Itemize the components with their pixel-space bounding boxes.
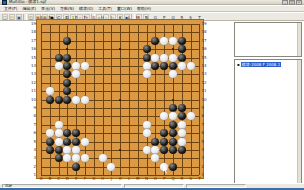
coord-number-right: 9 xyxy=(201,106,208,110)
black-stone[interactable] xyxy=(151,62,159,70)
coord-number-right: 17 xyxy=(201,39,208,43)
black-stone[interactable] xyxy=(55,54,63,62)
white-stone[interactable] xyxy=(169,54,177,62)
coord-number-left: 17 xyxy=(29,39,36,43)
coord-number-left: 13 xyxy=(29,72,36,76)
coord-letter-bottom: F xyxy=(82,177,88,181)
white-stone[interactable] xyxy=(169,70,177,78)
coord-number-left: 16 xyxy=(29,47,36,51)
menu-item[interactable]: 编辑(E) xyxy=(20,6,38,11)
black-stone[interactable] xyxy=(151,138,159,146)
coord-letter-bottom: T xyxy=(196,177,202,181)
black-stone[interactable] xyxy=(46,138,54,146)
black-stone[interactable] xyxy=(46,96,54,104)
white-stone[interactable] xyxy=(143,62,151,70)
white-stone[interactable] xyxy=(81,138,89,146)
black-stone[interactable] xyxy=(63,138,71,146)
coord-number-right: 12 xyxy=(201,81,208,85)
black-stone[interactable] xyxy=(63,87,71,95)
black-stone[interactable] xyxy=(63,129,71,137)
white-stone[interactable] xyxy=(143,121,151,129)
white-stone[interactable] xyxy=(46,129,54,137)
selected-game-label[interactable]: 棋谱-2008 F 2008.1 xyxy=(241,62,281,67)
black-stone[interactable] xyxy=(160,62,168,70)
coord-number-right: 10 xyxy=(201,98,208,102)
white-stone[interactable] xyxy=(143,129,151,137)
black-stone[interactable] xyxy=(143,45,151,53)
coord-letter-bottom: D xyxy=(64,177,70,181)
black-stone[interactable] xyxy=(169,138,177,146)
coord-letter-bottom: R xyxy=(179,177,185,181)
game-tree-panel[interactable]: ▪ 棋谱-2008 F 2008.1 xyxy=(234,59,302,188)
coord-number-right: 2 xyxy=(201,165,208,169)
black-stone[interactable] xyxy=(63,96,71,104)
black-stone[interactable] xyxy=(178,112,186,120)
white-stone[interactable] xyxy=(143,70,151,78)
black-stone[interactable] xyxy=(169,104,177,112)
coord-letter-top: P xyxy=(161,16,167,20)
white-stone[interactable] xyxy=(72,146,80,154)
black-stone[interactable] xyxy=(160,138,168,146)
black-stone[interactable] xyxy=(63,79,71,87)
window-buttons: _□× xyxy=(282,0,302,5)
coord-number-right: 8 xyxy=(201,114,208,118)
coord-letter-top: O xyxy=(152,16,158,20)
white-stone[interactable] xyxy=(81,62,89,70)
coord-number-left: 6 xyxy=(29,131,36,135)
window-title: MultiGo - 棋谱1.sgf xyxy=(9,0,46,4)
maximize-button[interactable]: □ xyxy=(289,0,295,5)
coord-number-left: 1 xyxy=(29,173,36,177)
black-stone[interactable] xyxy=(63,70,71,78)
white-stone[interactable] xyxy=(187,62,195,70)
coord-number-right: 7 xyxy=(201,123,208,127)
coord-letter-bottom: N xyxy=(144,177,150,181)
white-stone[interactable] xyxy=(55,62,63,70)
black-stone[interactable] xyxy=(169,62,177,70)
grid-line-vertical xyxy=(129,24,130,175)
black-stone[interactable] xyxy=(178,146,186,154)
menu-item[interactable]: 窗口(W) xyxy=(115,6,134,11)
coord-letter-top: L xyxy=(126,16,132,20)
grid-line-vertical xyxy=(199,24,200,175)
coord-letter-bottom: B xyxy=(47,177,53,181)
coord-letter-top: M xyxy=(135,16,141,20)
coord-number-left: 8 xyxy=(29,114,36,118)
open-button[interactable]: ◰ xyxy=(9,14,15,20)
coord-number-right: 11 xyxy=(201,89,208,93)
coord-number-left: 5 xyxy=(29,140,36,144)
coord-letter-top: D xyxy=(64,16,70,20)
white-stone[interactable] xyxy=(151,154,159,162)
coord-letter-top: R xyxy=(179,16,185,20)
coord-number-right: 3 xyxy=(201,156,208,160)
black-stone[interactable] xyxy=(46,146,54,154)
coord-letter-bottom: P xyxy=(161,177,167,181)
title-bar: MultiGo - 棋谱1.sgf _□× xyxy=(0,0,304,5)
coord-letter-bottom: A xyxy=(38,177,44,181)
menu-item[interactable]: 显示(V) xyxy=(39,6,57,11)
go-board[interactable]: AABBCCDDEEFFGGHHJJKKLLMMNNOOPPQQRRSSTT19… xyxy=(36,19,204,179)
coord-number-left: 10 xyxy=(29,98,36,102)
black-stone[interactable] xyxy=(55,146,63,154)
coord-number-right: 13 xyxy=(201,72,208,76)
star-point xyxy=(119,48,121,50)
coord-letter-top: B xyxy=(47,16,53,20)
coord-letter-top: G xyxy=(91,16,97,20)
save-button[interactable]: ▣ xyxy=(16,14,22,20)
coord-number-right: 15 xyxy=(201,56,208,60)
coord-letter-bottom: E xyxy=(73,177,79,181)
coord-letter-bottom: K xyxy=(117,177,123,181)
white-stone[interactable] xyxy=(72,70,80,78)
star-point xyxy=(172,48,174,50)
game-tree-item[interactable]: ▪ 棋谱-2008 F 2008.1 xyxy=(237,62,281,67)
new-button[interactable]: ▢ xyxy=(2,14,8,20)
coord-letter-bottom: J xyxy=(108,177,114,181)
menu-item[interactable]: 帮助(H) xyxy=(135,6,153,11)
white-stone[interactable] xyxy=(99,154,107,162)
coord-letter-top: K xyxy=(117,16,123,20)
black-stone[interactable] xyxy=(63,54,71,62)
white-stone[interactable] xyxy=(55,121,63,129)
copy-button[interactable]: ◫ xyxy=(28,14,34,20)
coord-number-right: 1 xyxy=(201,173,208,177)
coord-number-left: 19 xyxy=(29,22,36,26)
white-stone[interactable] xyxy=(81,96,89,104)
coord-letter-top: H xyxy=(100,16,106,20)
black-stone[interactable] xyxy=(169,129,177,137)
coord-letter-top: T xyxy=(196,16,202,20)
white-stone[interactable] xyxy=(143,146,151,154)
coord-letter-bottom: G xyxy=(91,177,97,181)
black-stone[interactable] xyxy=(160,146,168,154)
white-stone[interactable] xyxy=(160,54,168,62)
coord-number-left: 9 xyxy=(29,106,36,110)
game-tree-scrollbar[interactable] xyxy=(297,60,301,187)
white-stone[interactable] xyxy=(55,138,63,146)
menu-item[interactable]: 棋谱(G) xyxy=(77,6,95,11)
white-stone[interactable] xyxy=(107,163,115,171)
coord-letter-bottom: M xyxy=(135,177,141,181)
coord-number-left: 11 xyxy=(29,89,36,93)
black-stone[interactable] xyxy=(178,104,186,112)
game-info-scrollbar[interactable] xyxy=(297,23,301,56)
black-stone[interactable] xyxy=(63,62,71,70)
coord-letter-bottom: C xyxy=(56,177,62,181)
white-stone[interactable] xyxy=(72,62,80,70)
grid-line-vertical xyxy=(191,24,192,175)
white-stone[interactable] xyxy=(178,138,186,146)
star-point xyxy=(172,99,174,101)
window-frame-bottom xyxy=(0,188,304,190)
black-stone[interactable] xyxy=(55,154,63,162)
coord-number-right: 19 xyxy=(201,22,208,26)
coord-number-left: 14 xyxy=(29,64,36,68)
menu-item[interactable]: 文件(F) xyxy=(2,6,19,11)
coord-number-right: 18 xyxy=(201,30,208,34)
white-stone[interactable] xyxy=(187,112,195,120)
coord-number-left: 18 xyxy=(29,30,36,34)
coord-number-left: 4 xyxy=(29,148,36,152)
coord-number-left: 15 xyxy=(29,56,36,60)
coord-letter-bottom: Q xyxy=(170,177,176,181)
black-stone[interactable] xyxy=(160,129,168,137)
coord-letter-top: A xyxy=(38,16,44,20)
main-area: AABBCCDDEEFFGGHHJJKKLLMMNNOOPPQQRRSSTT19… xyxy=(0,22,304,183)
coord-letter-top: N xyxy=(144,16,150,20)
coord-number-right: 6 xyxy=(201,131,208,135)
menu-bar: 文件(F)编辑(E)显示(V)导航(N)棋谱(G)工具(T)窗口(W)帮助(H) xyxy=(0,6,304,12)
coord-number-right: 16 xyxy=(201,47,208,51)
coord-letter-bottom: O xyxy=(152,177,158,181)
star-point xyxy=(119,99,121,101)
white-stone[interactable] xyxy=(63,154,71,162)
coord-letter-top: E xyxy=(73,16,79,20)
black-stone[interactable] xyxy=(178,45,186,53)
black-stone[interactable] xyxy=(169,121,177,129)
black-stone[interactable] xyxy=(55,96,63,104)
black-stone[interactable] xyxy=(169,146,177,154)
menu-item[interactable]: 导航(N) xyxy=(58,6,76,11)
coord-number-right: 4 xyxy=(201,148,208,152)
white-stone[interactable] xyxy=(55,129,63,137)
coord-number-right: 14 xyxy=(201,64,208,68)
coord-letter-bottom: H xyxy=(100,177,106,181)
coord-letter-top: C xyxy=(56,16,62,20)
white-stone[interactable] xyxy=(63,146,71,154)
white-stone[interactable] xyxy=(46,87,54,95)
white-stone[interactable] xyxy=(160,112,168,120)
grid-line-vertical xyxy=(138,24,139,175)
coord-letter-top: S xyxy=(188,16,194,20)
coord-number-left: 12 xyxy=(29,81,36,85)
black-stone[interactable] xyxy=(63,37,71,45)
coord-number-left: 7 xyxy=(29,123,36,127)
coord-letter-bottom: S xyxy=(188,177,194,181)
toolbar-separator xyxy=(23,14,27,20)
white-stone[interactable] xyxy=(72,96,80,104)
white-stone[interactable] xyxy=(81,154,89,162)
black-stone[interactable] xyxy=(169,163,177,171)
black-stone[interactable] xyxy=(72,129,80,137)
black-stone[interactable] xyxy=(178,54,186,62)
white-stone[interactable] xyxy=(151,54,159,62)
white-stone[interactable] xyxy=(169,37,177,45)
white-stone[interactable] xyxy=(151,146,159,154)
white-stone[interactable] xyxy=(169,112,177,120)
black-stone[interactable] xyxy=(151,37,159,45)
black-stone[interactable] xyxy=(72,163,80,171)
black-stone[interactable] xyxy=(143,54,151,62)
menu-item[interactable]: 工具(T) xyxy=(96,6,114,11)
coord-number-left: 3 xyxy=(29,156,36,160)
coord-number-right: 5 xyxy=(201,140,208,144)
app-icon xyxy=(2,0,7,5)
star-point xyxy=(119,149,121,151)
coord-letter-top: Q xyxy=(170,16,176,20)
coord-letter-top: F xyxy=(82,16,88,20)
black-stone[interactable] xyxy=(178,37,186,45)
sgf-node-icon: ▪ xyxy=(237,63,240,67)
minimize-button[interactable]: _ xyxy=(282,0,288,5)
coord-letter-bottom: L xyxy=(126,177,132,181)
coord-number-left: 2 xyxy=(29,165,36,169)
white-stone[interactable] xyxy=(72,154,80,162)
game-info-panel[interactable] xyxy=(234,22,302,57)
coord-letter-top: J xyxy=(108,16,114,20)
white-stone[interactable] xyxy=(178,121,186,129)
close-button[interactable]: × xyxy=(296,0,302,5)
white-stone[interactable] xyxy=(178,62,186,70)
white-stone[interactable] xyxy=(178,129,186,137)
black-stone[interactable] xyxy=(72,138,80,146)
white-stone[interactable] xyxy=(160,37,168,45)
